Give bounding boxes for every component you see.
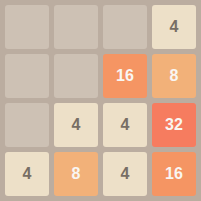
tile-r1c2	[54, 5, 98, 49]
tile-r1c1	[5, 5, 49, 49]
2048-board[interactable]: 4 16 8 4 4 32 4 8 4 16	[0, 0, 201, 201]
tile-r2c4: 8	[152, 54, 196, 98]
tile-r2c1	[5, 54, 49, 98]
tile-r3c1	[5, 103, 49, 147]
tile-r2c2	[54, 54, 98, 98]
tile-r2c3: 16	[103, 54, 147, 98]
tile-r1c4: 4	[152, 5, 196, 49]
tile-r3c2: 4	[54, 103, 98, 147]
tile-r4c1: 4	[5, 152, 49, 196]
tile-r4c4: 16	[152, 152, 196, 196]
tile-r4c3: 4	[103, 152, 147, 196]
tile-r1c3	[103, 5, 147, 49]
tile-r3c4: 32	[152, 103, 196, 147]
tile-r4c2: 8	[54, 152, 98, 196]
tile-r3c3: 4	[103, 103, 147, 147]
